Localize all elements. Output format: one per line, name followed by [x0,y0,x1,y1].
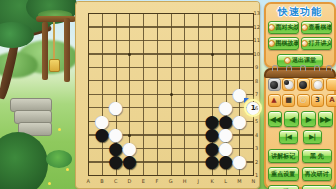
row-label: 6 [254,101,260,115]
stone-C2: ● [109,155,123,169]
stone-M2: ● [233,155,247,169]
black-stone-icon: ● [108,155,123,168]
triangle-marker-tool[interactable]: ▲ [268,94,281,107]
alternate-stone-tool[interactable] [282,78,295,91]
row-label: 3 [254,141,260,155]
column-label: H [178,177,192,185]
quick-button-4[interactable]: 打开讲义 [301,37,332,50]
circle-marker-tool[interactable]: ○ [297,94,310,107]
quick-functions-card: 快速功能 面对实战查看棋谱围棋故事打开讲义 退出课堂 [264,2,336,68]
fast-forward-button[interactable]: ▶▶ [318,111,333,127]
column-label: F [150,177,164,185]
quick-button-icon [301,24,308,31]
wooden-gate-bar [36,16,76,22]
quick-buttons: 面对实战查看棋谱围棋故事打开讲义 [266,19,334,50]
hanger-hook-icon [300,65,306,71]
white-stone-icon: ● [232,155,247,168]
row-label: 12 [254,20,260,34]
bush [46,150,72,168]
jump-to-end-button[interactable]: ▶| [303,130,322,144]
action-button-4[interactable]: 再次研讨 [302,167,333,181]
hanging-rope [53,22,55,60]
flower [66,168,69,171]
black-stone-icon: ● [122,155,137,168]
quick-button-2[interactable]: 查看棋谱 [301,21,332,34]
quick-button-icon [268,24,275,31]
black-stone-icon [299,81,307,89]
action-button-5[interactable]: 黑点手动 [268,185,299,189]
bush [0,132,48,189]
row-label: 4 [254,128,260,142]
square-marker-tool[interactable]: ■ [282,94,295,107]
column-label: B [95,177,109,185]
column-label: M [233,177,247,185]
action-button-2[interactable]: 黑 先 [302,149,333,163]
exit-icon [284,57,291,64]
white-stone-icon [314,81,322,89]
quick-button-3[interactable]: 围棋故事 [268,37,299,50]
quick-button-label: 面对实战 [276,23,300,32]
quick-button-1[interactable]: 面对实战 [268,21,299,34]
row-label: 13 [254,6,260,20]
quick-button-label: 查看棋谱 [309,23,333,32]
square-marker-tool-icon: ■ [285,97,292,104]
wooden-gate-post [42,22,48,80]
hanger-hook-icon [314,65,320,71]
number-marker-tool-icon: 3 [315,97,320,104]
hanger-hook-icon [326,65,332,71]
jump-to-start-button[interactable]: |◀ [279,130,298,144]
letter-marker-tool-icon: A [329,97,334,104]
number-marker-tool[interactable]: 3 [311,94,324,107]
hanging-tag [49,59,60,72]
black-stone-tool[interactable] [268,78,281,91]
action-button-6[interactable]: 结束研讨 [302,185,333,189]
wooden-gate-post [64,18,70,82]
jump-row: |◀▶| [266,127,334,144]
column-coordinates: ABCDEFGHJKLMN [81,177,260,185]
black-stone-icon: ● [218,155,233,168]
step-forward-button[interactable]: ▶ [301,111,316,127]
column-label: K [205,177,219,185]
column-label: G [164,177,178,185]
stone-K2: ● [205,155,219,169]
row-label: 5 [254,114,260,128]
row-label: 9 [254,60,260,74]
row-label: 10 [254,47,260,61]
stone-L2: ● [219,155,233,169]
stone-D2: ● [123,155,137,169]
row-label: 1 [254,168,260,182]
step-backward-button[interactable]: ◀ [284,111,299,127]
stone-C6: ● [109,101,123,115]
marker-tools-row: ▲■○3A [266,91,334,107]
flower [48,182,51,185]
row-label: 7 [254,87,260,101]
action-button-3[interactable]: 重点设置 [268,167,299,181]
navigation-row: ◀◀◀▶▶▶ [266,107,334,127]
row-coordinates: 13121110987654321 [254,6,260,182]
action-buttons-grid: 讲解标记黑 先重点设置再次研讨黑点手动结束研讨 [266,144,334,189]
stones-grid: ●●●●1●●●●●●●●●●●●●●●●● [81,6,260,182]
stone-B4: ● [95,128,109,142]
stone-M5: ● [233,114,247,128]
circle-marker-tool-icon: ○ [300,97,306,104]
hanger-hook-icon [286,65,292,71]
fast-backward-button[interactable]: ◀◀ [268,111,283,127]
letter-marker-tool[interactable]: A [326,94,336,107]
quick-button-icon [268,40,275,47]
alternate-stone-icon [285,81,293,89]
quick-button-label: 打开讲义 [309,39,333,48]
row-label: 2 [254,155,260,169]
quick-functions-title: 快速功能 [266,5,334,19]
row-label: 8 [254,74,260,88]
flower [58,128,61,131]
side-panel: 快速功能 面对实战查看棋谱围棋故事打开讲义 退出课堂 ▲■○3A ◀◀◀▶▶▶ … [264,0,336,189]
column-label: J [191,177,205,185]
row-label: 11 [254,33,260,47]
quick-button-label: 围棋故事 [276,39,300,48]
black-stone-tool-b[interactable] [297,78,310,91]
app-window: ●●●●1●●●●●●●●●●●●●●●●● ABCDEFGHJKLMN 131… [0,0,336,189]
column-label: L [219,177,233,185]
black-stone-icon [270,81,278,89]
white-stone-icon: ● [108,101,123,114]
action-button-1[interactable]: 讲解标记 [268,149,299,163]
column-label: C [109,177,123,185]
triangle-marker-tool-icon: ▲ [271,97,276,104]
hanger-hook-icon [272,65,278,71]
exit-classroom-label: 退出课堂 [292,56,316,65]
quick-button-icon [301,40,308,47]
eraser-tool[interactable] [326,78,336,91]
white-stone-tool[interactable] [311,78,324,91]
go-board[interactable]: ●●●●1●●●●●●●●●●●●●●●●● ABCDEFGHJKLMN 131… [76,2,259,188]
column-label: E [136,177,150,185]
review-tools-card: ▲■○3A ◀◀◀▶▶▶ |◀▶| 讲解标记黑 先重点设置再次研讨黑点手动结束研… [264,68,336,189]
column-label: D [123,177,137,185]
column-label: A [81,177,95,185]
last-move-flag-icon [244,98,249,103]
white-stone-icon: ● [232,115,247,128]
